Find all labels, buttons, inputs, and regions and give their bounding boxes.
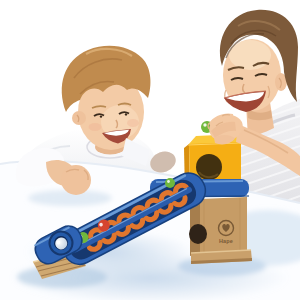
marble-green-entry	[165, 178, 175, 188]
photo-canvas: Hape	[0, 0, 300, 300]
tower-wood-block: Hape	[189, 197, 252, 264]
yellow-block-hole	[196, 154, 222, 180]
scene-illustration: Hape	[0, 0, 300, 300]
hape-logo-text: Hape	[219, 238, 233, 244]
wood-block-hole	[189, 224, 207, 244]
